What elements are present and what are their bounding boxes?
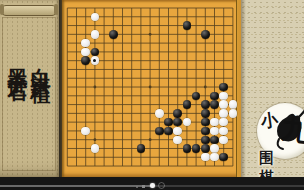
white-stone — [229, 109, 238, 117]
black-stone — [183, 144, 192, 152]
white-stone — [210, 118, 219, 126]
progress-knob[interactable] — [150, 183, 155, 188]
white-player-column: 白洪章植 — [30, 52, 52, 72]
white-stone — [219, 127, 228, 135]
black-stone — [183, 100, 192, 108]
video-progress-bar[interactable] — [0, 177, 304, 190]
black-stone — [201, 118, 210, 126]
white-stone — [91, 56, 100, 64]
white-stone — [201, 153, 210, 161]
white-stone — [219, 109, 228, 117]
progress-played — [0, 185, 152, 187]
white-stone — [91, 30, 100, 38]
black-stone — [201, 30, 210, 38]
black-stone — [201, 144, 210, 152]
white-stone — [91, 144, 100, 152]
white-stone — [219, 92, 228, 100]
channel-logo: 小 九 围棋 — [241, 103, 304, 175]
white-stone — [173, 136, 182, 144]
black-stone — [210, 100, 219, 108]
black-stone — [81, 56, 90, 64]
black-stone — [210, 92, 219, 100]
black-stone — [164, 118, 173, 126]
black-stone — [183, 21, 192, 29]
white-stone — [81, 48, 90, 56]
white-stone — [173, 127, 182, 135]
white-stone — [155, 109, 164, 117]
black-stone — [192, 144, 201, 152]
white-stone — [91, 13, 100, 21]
last-move-marker — [93, 59, 96, 62]
logo-char-small: 小 — [259, 108, 279, 133]
black-stone — [109, 30, 118, 38]
black-stone — [155, 127, 164, 135]
player-names-scroll: 黑李世石 白洪章植 — [0, 0, 59, 177]
scroll-rod-decoration — [1, 5, 57, 16]
white-stone — [219, 100, 228, 108]
go-board — [62, 0, 241, 177]
black-stone — [201, 109, 210, 117]
black-stone — [201, 127, 210, 135]
progress-halo-dot — [158, 182, 165, 189]
white-stone — [81, 127, 90, 135]
logo-char-big: 九 — [279, 110, 304, 151]
black-stone — [173, 109, 182, 117]
black-player-column: 黑李世石 — [7, 52, 29, 72]
black-stone — [164, 127, 173, 135]
black-stone — [201, 100, 210, 108]
black-stone — [210, 136, 219, 144]
black-stone — [137, 144, 146, 152]
video-frame[interactable]: 黑李世石 白洪章植 小 九 围棋 — [0, 0, 304, 190]
progress-tick-dot — [136, 186, 138, 188]
white-stone — [210, 144, 219, 152]
scroll-inner-frame — [2, 17, 56, 171]
progress-tick-square — [142, 185, 145, 188]
player-names: 黑李世石 白洪章植 — [0, 52, 59, 72]
white-stone — [219, 136, 228, 144]
black-stone — [201, 136, 210, 144]
white-stone — [210, 127, 219, 135]
white-stone — [229, 100, 238, 108]
